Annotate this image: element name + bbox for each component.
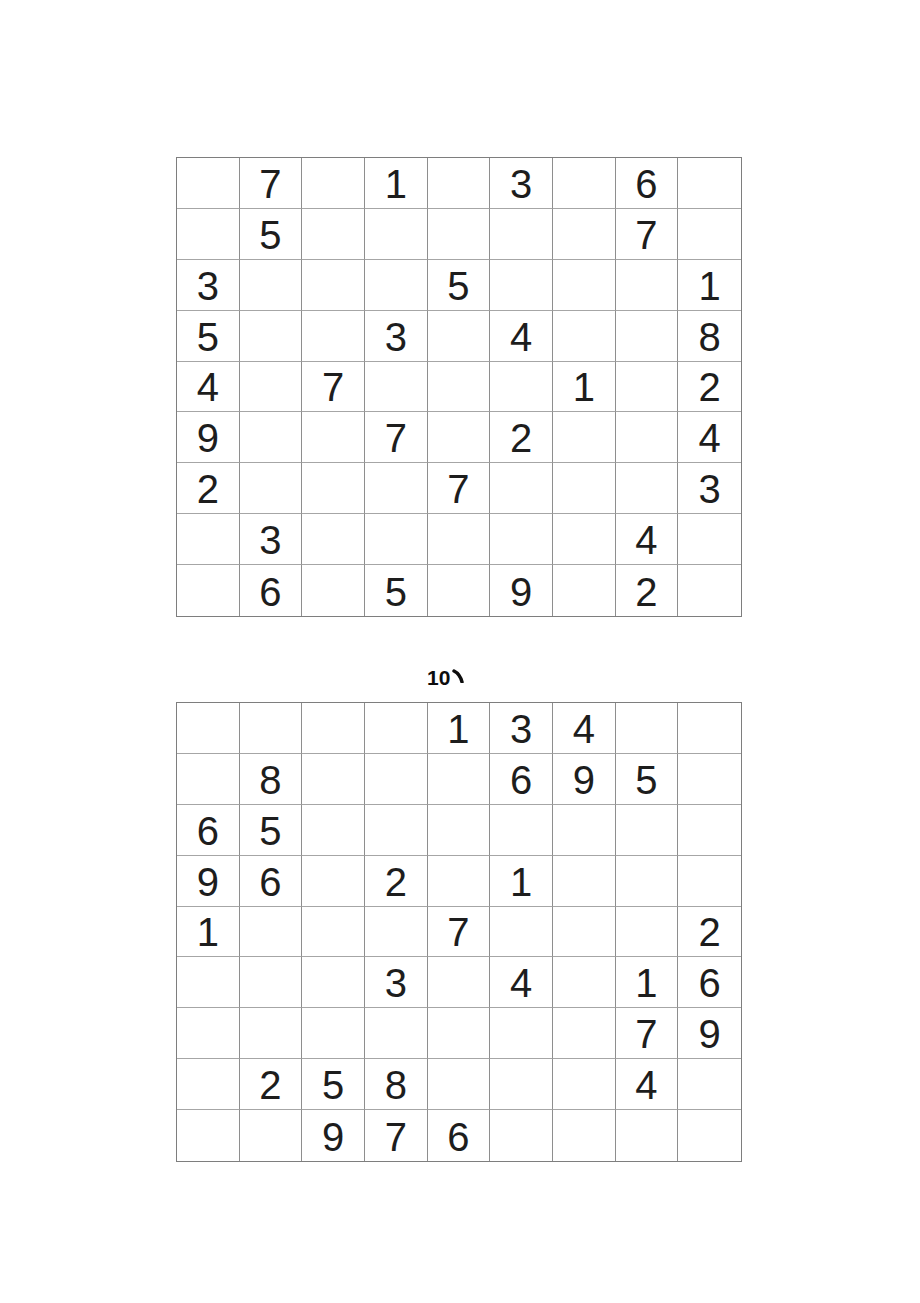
sudoku2-cell-r5c1: 1 <box>177 907 240 958</box>
sudoku2-cell-r1c4[interactable] <box>365 703 428 754</box>
sudoku2-cell-r8c4: 8 <box>365 1059 428 1110</box>
sudoku1-cell-r8c5[interactable] <box>428 514 491 565</box>
given-digit: 7 <box>385 418 407 458</box>
sudoku2-cell-r4c4: 2 <box>365 856 428 907</box>
sudoku1-cell-r1c6: 3 <box>490 158 553 209</box>
sudoku2-cell-r4c3[interactable] <box>302 856 365 907</box>
given-digit: 6 <box>259 572 281 612</box>
sudoku2-cell-r2c6: 6 <box>490 754 553 805</box>
given-digit: 6 <box>635 164 657 204</box>
sudoku2-cell-r7c3[interactable] <box>302 1008 365 1059</box>
sudoku1-cell-r7c8[interactable] <box>616 463 679 514</box>
given-digit: 5 <box>447 266 469 306</box>
sudoku1-cell-r8c6[interactable] <box>490 514 553 565</box>
sudoku2-cell-r3c9[interactable] <box>678 805 741 856</box>
sudoku2-cell-r9c4: 7 <box>365 1110 428 1161</box>
sudoku2-cell-r1c9[interactable] <box>678 703 741 754</box>
sudoku2-cell-r3c6[interactable] <box>490 805 553 856</box>
sudoku2-cell-r2c2: 8 <box>240 754 303 805</box>
sudoku1-cell-r3c2[interactable] <box>240 260 303 311</box>
sudoku1-cell-r3c4[interactable] <box>365 260 428 311</box>
sudoku1-cell-r5c4[interactable] <box>365 362 428 413</box>
sudoku2-cell-r9c2[interactable] <box>240 1110 303 1161</box>
given-digit: 4 <box>635 520 657 560</box>
sudoku1-cell-r7c7[interactable] <box>553 463 616 514</box>
sudoku2-cell-r6c5[interactable] <box>428 957 491 1008</box>
given-digit: 5 <box>635 760 657 800</box>
given-digit: 3 <box>510 709 532 749</box>
given-digit: 9 <box>322 1117 344 1157</box>
sudoku1-cell-r4c9: 8 <box>678 311 741 362</box>
given-digit: 9 <box>197 862 219 902</box>
sudoku1-cell-r8c8: 4 <box>616 514 679 565</box>
sudoku1-cell-r9c6: 9 <box>490 565 553 616</box>
sudoku1-cell-r3c7[interactable] <box>553 260 616 311</box>
given-digit: 7 <box>635 1014 657 1054</box>
given-digit: 7 <box>447 912 469 952</box>
sudoku-worksheet-page: 713657351534847129724273346592 10 134869… <box>0 0 920 1303</box>
sudoku2-cell-r8c6[interactable] <box>490 1059 553 1110</box>
sudoku-board-2: 13486956596211723416792584976 <box>176 702 742 1162</box>
sudoku2-cell-r4c1: 9 <box>177 856 240 907</box>
sudoku2-cell-r2c4[interactable] <box>365 754 428 805</box>
sudoku1-cell-r4c4: 3 <box>365 311 428 362</box>
given-digit: 6 <box>699 963 721 1003</box>
given-digit: 1 <box>197 912 219 952</box>
sudoku1-cell-r4c2[interactable] <box>240 311 303 362</box>
sudoku1-cell-r6c8[interactable] <box>616 412 679 463</box>
sudoku2-cell-r1c2[interactable] <box>240 703 303 754</box>
sudoku1-cell-r3c8[interactable] <box>616 260 679 311</box>
sudoku1-cell-r5c8[interactable] <box>616 362 679 413</box>
given-digit: 8 <box>259 760 281 800</box>
sudoku1-cell-r9c4: 5 <box>365 565 428 616</box>
sudoku1-cell-r7c2[interactable] <box>240 463 303 514</box>
sudoku2-cell-r1c1[interactable] <box>177 703 240 754</box>
given-digit: 3 <box>197 266 219 306</box>
sudoku2-cell-r6c7[interactable] <box>553 957 616 1008</box>
given-digit: 2 <box>699 912 721 952</box>
sudoku1-cell-r1c7[interactable] <box>553 158 616 209</box>
given-digit: 5 <box>259 811 281 851</box>
given-digit: 6 <box>447 1117 469 1157</box>
sudoku2-cell-r3c5[interactable] <box>428 805 491 856</box>
sudoku1-cell-r1c9[interactable] <box>678 158 741 209</box>
sudoku1-cell-r9c2: 6 <box>240 565 303 616</box>
sudoku1-cell-r6c7[interactable] <box>553 412 616 463</box>
sudoku1-cell-r5c5[interactable] <box>428 362 491 413</box>
sudoku2-cell-r4c8[interactable] <box>616 856 679 907</box>
sudoku1-cell-r8c1[interactable] <box>177 514 240 565</box>
sudoku2-cell-r3c2: 5 <box>240 805 303 856</box>
given-digit: 8 <box>385 1065 407 1105</box>
sudoku2-cell-r7c1[interactable] <box>177 1008 240 1059</box>
sudoku1-cell-r9c3[interactable] <box>302 565 365 616</box>
given-digit: 3 <box>510 164 532 204</box>
given-digit: 2 <box>197 469 219 509</box>
sudoku2-cell-r6c6: 4 <box>490 957 553 1008</box>
sudoku1-cell-r7c6[interactable] <box>490 463 553 514</box>
sudoku2-cell-r5c9: 2 <box>678 907 741 958</box>
sudoku2-cell-r5c3[interactable] <box>302 907 365 958</box>
sudoku1-cell-r4c7[interactable] <box>553 311 616 362</box>
given-digit: 9 <box>699 1014 721 1054</box>
sudoku1-cell-r3c1: 3 <box>177 260 240 311</box>
given-digit: 2 <box>635 572 657 612</box>
ideographic-comma-icon <box>452 664 464 687</box>
given-digit: 6 <box>510 760 532 800</box>
given-digit: 1 <box>385 164 407 204</box>
given-digit: 7 <box>322 367 344 407</box>
given-digit: 2 <box>259 1065 281 1105</box>
sudoku1-cell-r9c1[interactable] <box>177 565 240 616</box>
given-digit: 5 <box>197 317 219 357</box>
sudoku2-cell-r3c1: 6 <box>177 805 240 856</box>
sudoku2-cell-r5c7[interactable] <box>553 907 616 958</box>
given-digit: 9 <box>510 572 532 612</box>
sudoku2-cell-r2c5[interactable] <box>428 754 491 805</box>
given-digit: 2 <box>510 418 532 458</box>
sudoku2-cell-r4c9[interactable] <box>678 856 741 907</box>
sudoku2-cell-r1c7: 4 <box>553 703 616 754</box>
given-digit: 5 <box>259 215 281 255</box>
sudoku1-cell-r1c4: 1 <box>365 158 428 209</box>
sudoku2-cell-r6c2[interactable] <box>240 957 303 1008</box>
sudoku2-cell-r2c3[interactable] <box>302 754 365 805</box>
sudoku2-cell-r1c8[interactable] <box>616 703 679 754</box>
given-digit: 3 <box>385 963 407 1003</box>
sudoku2-cell-r4c7[interactable] <box>553 856 616 907</box>
sudoku1-cell-r8c3[interactable] <box>302 514 365 565</box>
given-digit: 3 <box>385 317 407 357</box>
sudoku1-cell-r2c9[interactable] <box>678 209 741 260</box>
sudoku1-cell-r2c4[interactable] <box>365 209 428 260</box>
sudoku1-cell-r1c1[interactable] <box>177 158 240 209</box>
sudoku2-cell-r2c9[interactable] <box>678 754 741 805</box>
sudoku1-cell-r6c1: 9 <box>177 412 240 463</box>
sudoku1-cell-r4c5[interactable] <box>428 311 491 362</box>
sudoku-board-1: 713657351534847129724273346592 <box>176 157 742 617</box>
sudoku1-cell-r2c8: 7 <box>616 209 679 260</box>
given-digit: 1 <box>635 963 657 1003</box>
sudoku2-cell-r5c5: 7 <box>428 907 491 958</box>
sudoku2-cell-r9c7[interactable] <box>553 1110 616 1161</box>
sudoku2-cell-r6c1[interactable] <box>177 957 240 1008</box>
given-digit: 1 <box>573 367 595 407</box>
sudoku2-cell-r6c4: 3 <box>365 957 428 1008</box>
sudoku2-cell-r7c8: 7 <box>616 1008 679 1059</box>
sudoku2-cell-r7c7[interactable] <box>553 1008 616 1059</box>
given-digit: 4 <box>699 418 721 458</box>
sudoku2-cell-r3c8[interactable] <box>616 805 679 856</box>
sudoku1-cell-r7c3[interactable] <box>302 463 365 514</box>
sudoku1-cell-r5c7: 1 <box>553 362 616 413</box>
sudoku2-cell-r5c2[interactable] <box>240 907 303 958</box>
sudoku2-cell-r6c8: 1 <box>616 957 679 1008</box>
sudoku2-cell-r8c7[interactable] <box>553 1059 616 1110</box>
sudoku1-cell-r3c5: 5 <box>428 260 491 311</box>
sudoku1-cell-r1c3[interactable] <box>302 158 365 209</box>
sudoku1-cell-r9c9[interactable] <box>678 565 741 616</box>
sudoku1-cell-r1c8: 6 <box>616 158 679 209</box>
sudoku2-cell-r6c9: 6 <box>678 957 741 1008</box>
sudoku1-cell-r7c4[interactable] <box>365 463 428 514</box>
given-digit: 6 <box>197 811 219 851</box>
sudoku2-cell-r3c4[interactable] <box>365 805 428 856</box>
sudoku2-cell-r8c1[interactable] <box>177 1059 240 1110</box>
given-digit: 2 <box>385 862 407 902</box>
sudoku1-cell-r7c9: 3 <box>678 463 741 514</box>
given-digit: 4 <box>510 317 532 357</box>
sudoku1-cell-r3c6[interactable] <box>490 260 553 311</box>
sudoku2-cell-r2c8: 5 <box>616 754 679 805</box>
sudoku1-cell-r4c3[interactable] <box>302 311 365 362</box>
sudoku1-cell-r2c2: 5 <box>240 209 303 260</box>
given-digit: 1 <box>699 266 721 306</box>
sudoku1-cell-r5c6[interactable] <box>490 362 553 413</box>
given-digit: 9 <box>573 760 595 800</box>
given-digit: 4 <box>510 963 532 1003</box>
sudoku2-cell-r2c1[interactable] <box>177 754 240 805</box>
sudoku2-cell-r9c8[interactable] <box>616 1110 679 1161</box>
sudoku2-cell-r8c2: 2 <box>240 1059 303 1110</box>
given-digit: 2 <box>699 367 721 407</box>
sudoku2-cell-r2c7: 9 <box>553 754 616 805</box>
given-digit: 5 <box>322 1065 344 1105</box>
sudoku1-cell-r9c8: 2 <box>616 565 679 616</box>
sudoku1-cell-r6c9: 4 <box>678 412 741 463</box>
sudoku2-cell-r8c5[interactable] <box>428 1059 491 1110</box>
sudoku1-cell-r2c3[interactable] <box>302 209 365 260</box>
puzzle-label-10: 10 <box>427 661 464 689</box>
sudoku1-cell-r9c7[interactable] <box>553 565 616 616</box>
given-digit: 4 <box>573 709 595 749</box>
given-digit: 1 <box>447 709 469 749</box>
sudoku2-cell-r9c3: 9 <box>302 1110 365 1161</box>
sudoku2-cell-r1c6: 3 <box>490 703 553 754</box>
sudoku1-cell-r8c7[interactable] <box>553 514 616 565</box>
sudoku1-cell-r8c9[interactable] <box>678 514 741 565</box>
sudoku1-cell-r1c2: 7 <box>240 158 303 209</box>
sudoku2-cell-r9c9[interactable] <box>678 1110 741 1161</box>
sudoku2-cell-r1c3[interactable] <box>302 703 365 754</box>
sudoku2-cell-r4c6: 1 <box>490 856 553 907</box>
sudoku2-cell-r8c9[interactable] <box>678 1059 741 1110</box>
sudoku1-cell-r9c5[interactable] <box>428 565 491 616</box>
sudoku1-cell-r3c9: 1 <box>678 260 741 311</box>
sudoku1-cell-r2c1[interactable] <box>177 209 240 260</box>
sudoku2-cell-r4c5[interactable] <box>428 856 491 907</box>
sudoku1-cell-r6c2[interactable] <box>240 412 303 463</box>
sudoku2-cell-r7c6[interactable] <box>490 1008 553 1059</box>
sudoku1-cell-r8c2: 3 <box>240 514 303 565</box>
sudoku2-cell-r8c8: 4 <box>616 1059 679 1110</box>
given-digit: 4 <box>197 367 219 407</box>
given-digit: 7 <box>635 215 657 255</box>
sudoku2-cell-r9c5: 6 <box>428 1110 491 1161</box>
sudoku2-cell-r3c3[interactable] <box>302 805 365 856</box>
given-digit: 9 <box>197 418 219 458</box>
given-digit: 7 <box>259 164 281 204</box>
sudoku2-cell-r1c5: 1 <box>428 703 491 754</box>
sudoku1-cell-r4c8[interactable] <box>616 311 679 362</box>
given-digit: 8 <box>699 317 721 357</box>
sudoku2-cell-r7c9: 9 <box>678 1008 741 1059</box>
given-digit: 7 <box>447 469 469 509</box>
sudoku1-cell-r2c7[interactable] <box>553 209 616 260</box>
sudoku1-cell-r6c3[interactable] <box>302 412 365 463</box>
sudoku1-cell-r3c3[interactable] <box>302 260 365 311</box>
sudoku2-cell-r7c5[interactable] <box>428 1008 491 1059</box>
sudoku2-cell-r5c8[interactable] <box>616 907 679 958</box>
sudoku1-cell-r7c1: 2 <box>177 463 240 514</box>
sudoku1-cell-r5c2[interactable] <box>240 362 303 413</box>
puzzle-number: 10 <box>427 666 450 689</box>
sudoku1-cell-r2c5[interactable] <box>428 209 491 260</box>
sudoku1-cell-r2c6[interactable] <box>490 209 553 260</box>
sudoku2-cell-r7c2[interactable] <box>240 1008 303 1059</box>
sudoku2-cell-r5c6[interactable] <box>490 907 553 958</box>
sudoku2-cell-r8c3: 5 <box>302 1059 365 1110</box>
sudoku1-cell-r6c6: 2 <box>490 412 553 463</box>
sudoku1-cell-r4c6: 4 <box>490 311 553 362</box>
sudoku1-cell-r5c1: 4 <box>177 362 240 413</box>
sudoku2-cell-r3c7[interactable] <box>553 805 616 856</box>
given-digit: 3 <box>699 469 721 509</box>
sudoku1-cell-r6c5[interactable] <box>428 412 491 463</box>
sudoku2-cell-r4c2: 6 <box>240 856 303 907</box>
given-digit: 6 <box>259 862 281 902</box>
sudoku1-cell-r7c5: 7 <box>428 463 491 514</box>
sudoku2-cell-r9c1[interactable] <box>177 1110 240 1161</box>
sudoku1-cell-r8c4[interactable] <box>365 514 428 565</box>
given-digit: 3 <box>259 520 281 560</box>
sudoku1-cell-r5c9: 2 <box>678 362 741 413</box>
sudoku2-cell-r5c4[interactable] <box>365 907 428 958</box>
sudoku2-cell-r6c3[interactable] <box>302 957 365 1008</box>
sudoku1-cell-r1c5[interactable] <box>428 158 491 209</box>
given-digit: 7 <box>385 1117 407 1157</box>
sudoku2-cell-r9c6[interactable] <box>490 1110 553 1161</box>
sudoku1-cell-r5c3: 7 <box>302 362 365 413</box>
sudoku2-cell-r7c4[interactable] <box>365 1008 428 1059</box>
sudoku1-cell-r4c1: 5 <box>177 311 240 362</box>
given-digit: 1 <box>510 862 532 902</box>
given-digit: 5 <box>385 572 407 612</box>
sudoku1-cell-r6c4: 7 <box>365 412 428 463</box>
given-digit: 4 <box>635 1065 657 1105</box>
